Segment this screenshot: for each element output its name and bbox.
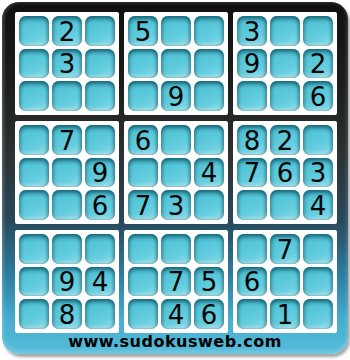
cell-r7c6[interactable] (194, 234, 224, 264)
box-9: 761 (233, 230, 337, 333)
cell-r9c7[interactable] (237, 299, 267, 329)
cell-r3c7[interactable] (237, 81, 267, 111)
cell-r1c7[interactable]: 3 (237, 16, 267, 46)
cell-r4c8[interactable]: 2 (270, 125, 300, 155)
cell-r3c1[interactable] (19, 81, 49, 111)
cell-r5c4[interactable] (128, 158, 158, 188)
cell-r1c4[interactable]: 5 (128, 16, 158, 46)
cell-r5c9[interactable]: 3 (303, 158, 333, 188)
cell-r2c4[interactable] (128, 49, 158, 79)
cell-r2c5[interactable] (161, 49, 191, 79)
cell-r9c6[interactable]: 6 (194, 299, 224, 329)
cell-r9c5[interactable]: 4 (161, 299, 191, 329)
cell-r2c2[interactable]: 3 (52, 49, 82, 79)
cell-r6c5[interactable]: 3 (161, 190, 191, 220)
cell-r6c3[interactable]: 6 (85, 190, 115, 220)
cell-r1c3[interactable] (85, 16, 115, 46)
cell-r7c9[interactable] (303, 234, 333, 264)
cell-r3c6[interactable] (194, 81, 224, 111)
box-2: 59 (124, 12, 228, 115)
cell-r2c6[interactable] (194, 49, 224, 79)
cell-r4c5[interactable] (161, 125, 191, 155)
cell-r4c1[interactable] (19, 125, 49, 155)
cell-r5c7[interactable]: 7 (237, 158, 267, 188)
cell-r2c9[interactable]: 2 (303, 49, 333, 79)
cell-r8c2[interactable]: 9 (52, 267, 82, 297)
cell-r8c1[interactable] (19, 267, 49, 297)
cell-r6c4[interactable]: 7 (128, 190, 158, 220)
cell-r4c6[interactable] (194, 125, 224, 155)
cell-r2c7[interactable]: 9 (237, 49, 267, 79)
box-4: 796 (15, 121, 119, 224)
cell-r1c5[interactable] (161, 16, 191, 46)
cell-r1c2[interactable]: 2 (52, 16, 82, 46)
cell-r7c5[interactable] (161, 234, 191, 264)
cell-r7c2[interactable] (52, 234, 82, 264)
cell-r7c1[interactable] (19, 234, 49, 264)
cell-r5c5[interactable] (161, 158, 191, 188)
cell-r6c6[interactable] (194, 190, 224, 220)
cell-r6c2[interactable] (52, 190, 82, 220)
cell-r2c3[interactable] (85, 49, 115, 79)
cell-r3c9[interactable]: 6 (303, 81, 333, 111)
cell-r1c8[interactable] (270, 16, 300, 46)
cell-r7c4[interactable] (128, 234, 158, 264)
cell-r3c5[interactable]: 9 (161, 81, 191, 111)
cell-r8c6[interactable]: 5 (194, 267, 224, 297)
cell-r5c1[interactable] (19, 158, 49, 188)
cell-r3c2[interactable] (52, 81, 82, 111)
sudoku-board: 2359392679664738276349487546761 www.sudo… (2, 2, 348, 354)
box-5: 6473 (124, 121, 228, 224)
cell-r5c6[interactable]: 4 (194, 158, 224, 188)
page: 2359392679664738276349487546761 www.sudo… (0, 0, 350, 360)
cell-r3c8[interactable] (270, 81, 300, 111)
cell-r3c4[interactable] (128, 81, 158, 111)
cell-r6c8[interactable] (270, 190, 300, 220)
cell-r5c3[interactable]: 9 (85, 158, 115, 188)
cell-r4c7[interactable]: 8 (237, 125, 267, 155)
cell-r2c8[interactable] (270, 49, 300, 79)
cell-r2c1[interactable] (19, 49, 49, 79)
cell-r5c8[interactable]: 6 (270, 158, 300, 188)
cell-r1c1[interactable] (19, 16, 49, 46)
cell-r1c9[interactable] (303, 16, 333, 46)
site-link[interactable]: www.sudokusweb.com (2, 332, 348, 351)
cell-r4c2[interactable]: 7 (52, 125, 82, 155)
cell-r5c2[interactable] (52, 158, 82, 188)
cell-r4c3[interactable] (85, 125, 115, 155)
box-8: 7546 (124, 230, 228, 333)
cell-r8c5[interactable]: 7 (161, 267, 191, 297)
box-3: 3926 (233, 12, 337, 115)
cell-r8c3[interactable]: 4 (85, 267, 115, 297)
cell-r9c1[interactable] (19, 299, 49, 329)
cell-r6c1[interactable] (19, 190, 49, 220)
cell-r9c3[interactable] (85, 299, 115, 329)
box-1: 23 (15, 12, 119, 115)
cell-r6c9[interactable]: 4 (303, 190, 333, 220)
cell-r4c9[interactable] (303, 125, 333, 155)
cell-r1c6[interactable] (194, 16, 224, 46)
cell-r7c7[interactable] (237, 234, 267, 264)
cell-r9c9[interactable] (303, 299, 333, 329)
cell-r8c4[interactable] (128, 267, 158, 297)
cell-r6c7[interactable] (237, 190, 267, 220)
cell-r4c4[interactable]: 6 (128, 125, 158, 155)
cell-r7c3[interactable] (85, 234, 115, 264)
cell-r9c4[interactable] (128, 299, 158, 329)
cell-r7c8[interactable]: 7 (270, 234, 300, 264)
sudoku-grid: 2359392679664738276349487546761 (15, 12, 337, 333)
cell-r3c3[interactable] (85, 81, 115, 111)
box-6: 827634 (233, 121, 337, 224)
box-7: 948 (15, 230, 119, 333)
cell-r8c8[interactable] (270, 267, 300, 297)
cell-r9c2[interactable]: 8 (52, 299, 82, 329)
cell-r8c7[interactable]: 6 (237, 267, 267, 297)
cell-r9c8[interactable]: 1 (270, 299, 300, 329)
cell-r8c9[interactable] (303, 267, 333, 297)
